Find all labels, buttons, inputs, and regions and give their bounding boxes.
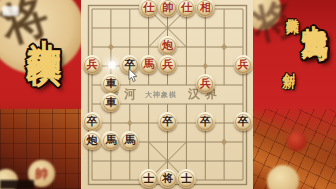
piece-glyph: 士 [143, 173, 154, 184]
piece-glyph: 兵 [238, 59, 249, 70]
photo-piece-red [287, 131, 307, 151]
piece-glyph: 馬 [124, 135, 135, 146]
photo-piece-char: 帥 [35, 165, 48, 183]
piece-black-king[interactable]: 将 [158, 169, 177, 188]
piece-glyph: 卒 [238, 116, 249, 127]
xiangqi-board[interactable]: 楚河 汉界 大神象棋 仕帥仕相炮兵馬兵兵兵卒車車卒卒卒卒炮馬馬士将士 [81, 0, 253, 189]
piece-glyph: 馬 [105, 135, 116, 146]
piece-glyph: 卒 [87, 116, 98, 127]
photo-shadow [0, 180, 34, 189]
piece-glyph: 卒 [162, 116, 173, 127]
piece-glyph: 帥 [162, 2, 173, 13]
piece-glyph: 車 [105, 78, 116, 89]
left-panel: 将 帥 大神象棋 [0, 0, 81, 189]
right-subtitle-tag: 创新 [279, 63, 297, 66]
piece-glyph: 仕 [143, 2, 154, 13]
piece-glyph: 仕 [181, 2, 192, 13]
piece-red-pawn[interactable]: 兵 [196, 74, 215, 93]
piece-red-pawn[interactable]: 兵 [83, 55, 102, 74]
piece-black-advisor[interactable]: 士 [139, 169, 158, 188]
piece-red-pawn[interactable]: 兵 [158, 55, 177, 74]
right-panel: 将 中炮对屏风马 象棋大师 创新 [253, 0, 336, 189]
move-highlight-dot [108, 61, 116, 69]
app-watermark: 大神象棋 [145, 90, 177, 100]
piece-glyph: 車 [105, 97, 116, 108]
video-thumbnail: 将 帥 大神象棋 [0, 0, 336, 189]
channel-logo [2, 6, 19, 16]
right-subtitle-author: 象棋大师 [283, 7, 301, 13]
piece-glyph: 兵 [87, 59, 98, 70]
piece-glyph: 兵 [162, 59, 173, 70]
piece-red-cannon[interactable]: 炮 [158, 36, 177, 55]
piece-glyph: 炮 [87, 135, 98, 146]
piece-black-cannon[interactable]: 炮 [83, 131, 102, 150]
left-title: 大神象棋 [27, 11, 62, 27]
piece-glyph: 卒 [200, 116, 211, 127]
right-title: 中炮对屏风马 [302, 5, 328, 20]
piece-glyph: 士 [181, 173, 192, 184]
piece-glyph: 兵 [200, 78, 211, 89]
piece-glyph: 相 [200, 2, 211, 13]
piece-glyph: 将 [162, 173, 173, 184]
piece-black-pawn[interactable]: 卒 [234, 112, 253, 131]
piece-red-elephant[interactable]: 相 [196, 0, 215, 17]
piece-glyph: 馬 [143, 59, 154, 70]
piece-black-advisor[interactable]: 士 [177, 169, 196, 188]
mouse-cursor-icon [128, 69, 138, 83]
piece-red-horse[interactable]: 馬 [139, 55, 158, 74]
piece-black-pawn[interactable]: 卒 [158, 112, 177, 131]
photo-piece [267, 165, 299, 189]
piece-black-pawn[interactable]: 卒 [83, 112, 102, 131]
piece-black-pawn[interactable]: 卒 [196, 112, 215, 131]
piece-red-pawn[interactable]: 兵 [234, 55, 253, 74]
piece-glyph: 炮 [162, 40, 173, 51]
